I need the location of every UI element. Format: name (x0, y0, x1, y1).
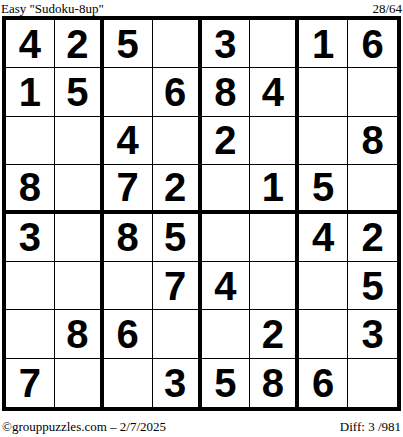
cell-r4c8[interactable] (348, 165, 397, 213)
cell-r1c7[interactable]: 1 (299, 20, 348, 68)
cell-r2c5[interactable]: 8 (202, 68, 251, 116)
cell-r3c7[interactable] (299, 117, 348, 165)
cell-r6c3[interactable] (104, 262, 153, 310)
cell-r7c6[interactable]: 2 (250, 310, 299, 358)
cell-r2c7[interactable] (299, 68, 348, 116)
cell-r7c4[interactable] (153, 310, 202, 358)
puzzle-counter: 28/64 (372, 1, 402, 16)
cell-r1c6[interactable] (250, 20, 299, 68)
cell-r8c8[interactable] (348, 359, 397, 407)
cell-r3c2[interactable] (55, 117, 104, 165)
cell-r5c3[interactable]: 8 (104, 214, 153, 262)
cell-r4c3[interactable]: 7 (104, 165, 153, 213)
cell-r3c6[interactable] (250, 117, 299, 165)
cell-r5c6[interactable] (250, 214, 299, 262)
cell-r1c8[interactable]: 6 (348, 20, 397, 68)
puzzle-page: Easy "Sudoku-8up" 28/64 4253161568442887… (0, 0, 403, 437)
cell-r1c3[interactable]: 5 (104, 20, 153, 68)
cell-r6c2[interactable] (55, 262, 104, 310)
cell-r5c1[interactable]: 3 (6, 214, 55, 262)
header: Easy "Sudoku-8up" 28/64 (1, 0, 402, 16)
cell-r8c6[interactable]: 8 (250, 359, 299, 407)
cell-r3c3[interactable]: 4 (104, 117, 153, 165)
cell-r6c7[interactable] (299, 262, 348, 310)
cell-r5c7[interactable]: 4 (299, 214, 348, 262)
cell-r4c1[interactable]: 8 (6, 165, 55, 213)
cell-r3c8[interactable]: 8 (348, 117, 397, 165)
cell-r4c5[interactable] (202, 165, 251, 213)
cell-r2c6[interactable]: 4 (250, 68, 299, 116)
cell-r8c3[interactable] (104, 359, 153, 407)
cell-r2c1[interactable]: 1 (6, 68, 55, 116)
cell-r8c1[interactable]: 7 (6, 359, 55, 407)
cell-r7c2[interactable]: 8 (55, 310, 104, 358)
cell-r3c1[interactable] (6, 117, 55, 165)
cell-r5c5[interactable] (202, 214, 251, 262)
cell-r5c8[interactable]: 2 (348, 214, 397, 262)
page-title: Easy "Sudoku-8up" (1, 1, 104, 16)
cell-r1c4[interactable] (153, 20, 202, 68)
cell-r1c1[interactable]: 4 (6, 20, 55, 68)
cell-r7c8[interactable]: 3 (348, 310, 397, 358)
difficulty-text: Diff: 3 /981 (340, 420, 401, 434)
cell-r8c4[interactable]: 3 (153, 359, 202, 407)
cell-r2c4[interactable]: 6 (153, 68, 202, 116)
sudoku-board: 425316156844288721538542745862373586 (2, 16, 401, 411)
cell-r8c2[interactable] (55, 359, 104, 407)
cell-r4c2[interactable] (55, 165, 104, 213)
cell-r5c4[interactable]: 5 (153, 214, 202, 262)
cell-r2c2[interactable]: 5 (55, 68, 104, 116)
cell-r4c7[interactable]: 5 (299, 165, 348, 213)
cell-r1c5[interactable]: 3 (202, 20, 251, 68)
cell-r3c4[interactable] (153, 117, 202, 165)
copyright-text: ©grouppuzzles.com – 2/7/2025 (2, 420, 166, 434)
cell-r2c3[interactable] (104, 68, 153, 116)
cell-r4c6[interactable]: 1 (250, 165, 299, 213)
cell-r5c2[interactable] (55, 214, 104, 262)
cell-r7c5[interactable] (202, 310, 251, 358)
cell-r6c5[interactable]: 4 (202, 262, 251, 310)
cell-r6c8[interactable]: 5 (348, 262, 397, 310)
cell-r2c8[interactable] (348, 68, 397, 116)
cell-r6c4[interactable]: 7 (153, 262, 202, 310)
cell-r6c1[interactable] (6, 262, 55, 310)
cell-r3c5[interactable]: 2 (202, 117, 251, 165)
cell-r7c7[interactable] (299, 310, 348, 358)
cell-r6c6[interactable] (250, 262, 299, 310)
cell-r8c5[interactable]: 5 (202, 359, 251, 407)
cell-r4c4[interactable]: 2 (153, 165, 202, 213)
cell-r1c2[interactable]: 2 (55, 20, 104, 68)
footer: ©grouppuzzles.com – 2/7/2025 Diff: 3 /98… (2, 420, 401, 434)
cell-r7c1[interactable] (6, 310, 55, 358)
cell-r8c7[interactable]: 6 (299, 359, 348, 407)
cell-r7c3[interactable]: 6 (104, 310, 153, 358)
